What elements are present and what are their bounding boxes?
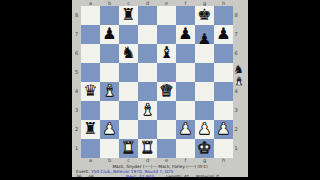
square-d6[interactable]: [138, 44, 157, 63]
black-pawn-h7: ♟: [214, 25, 233, 44]
captured-white-bishop-icon: ♝: [234, 76, 244, 88]
black-rook-c8: ♜: [119, 6, 138, 25]
square-h8[interactable]: [214, 6, 233, 25]
caption-area: Mack, Snyder (----) -- Mack, Farley (---…: [72, 163, 248, 179]
board-panel: abcdefgh 87654321 ♜♚♟♟♟♟♞♝♛♝♛♝♜♟♟♟♟♜♜♚ 8…: [72, 0, 248, 177]
material-balance: Material: 0: [196, 174, 219, 179]
square-f2[interactable]: ♟: [176, 120, 195, 139]
rank-label-1: 1: [72, 139, 81, 158]
square-b5[interactable]: [100, 63, 119, 82]
rank-label-2: 2: [233, 120, 239, 139]
file-label-f: f: [176, 158, 195, 163]
rank-labels-left: 87654321: [72, 6, 81, 158]
square-e2[interactable]: [157, 120, 176, 139]
square-f4[interactable]: [176, 82, 195, 101]
file-label-b: b: [100, 158, 119, 163]
square-c5[interactable]: [119, 63, 138, 82]
square-d4[interactable]: [138, 82, 157, 101]
square-h7[interactable]: ♟: [214, 25, 233, 44]
rank-label-7: 7: [233, 25, 239, 44]
rank-label-4: 4: [72, 82, 81, 101]
file-label-h: h: [214, 158, 233, 163]
black-queen-a4: ♛: [81, 82, 100, 101]
move-played: 36 ... g6: [76, 174, 126, 179]
square-e5[interactable]: [157, 63, 176, 82]
white-pawn-h2: ♟: [214, 120, 233, 139]
black-king-g8: ♚: [195, 6, 214, 25]
move-info-line: 36 ... g6 Next: 37.Bd3 Length: 40 Materi…: [76, 174, 244, 179]
square-d8[interactable]: [138, 6, 157, 25]
black-bishop-e6: ♝: [157, 44, 176, 63]
square-a7[interactable]: [81, 25, 100, 44]
square-d5[interactable]: [138, 63, 157, 82]
square-d1[interactable]: ♜: [138, 139, 157, 158]
square-f7[interactable]: ♟: [176, 25, 195, 44]
white-bishop-d3: ♝: [138, 101, 157, 120]
square-b8[interactable]: [100, 6, 119, 25]
square-b2[interactable]: ♟: [100, 120, 119, 139]
square-b1[interactable]: [100, 139, 119, 158]
game-length: Length: 40: [166, 174, 196, 179]
file-label-c: c: [119, 158, 138, 163]
rank-label-2: 2: [72, 120, 81, 139]
square-b3[interactable]: [100, 101, 119, 120]
square-g8[interactable]: ♚: [195, 6, 214, 25]
rank-label-3: 3: [72, 101, 81, 120]
white-rook-d1: ♜: [138, 139, 157, 158]
square-c4[interactable]: [119, 82, 138, 101]
square-g2[interactable]: ♟: [195, 120, 214, 139]
chess-board: ♜♚♟♟♟♟♞♝♛♝♛♝♜♟♟♟♟♜♜♚: [81, 6, 233, 158]
rank-label-7: 7: [72, 25, 81, 44]
rank-label-3: 3: [233, 101, 239, 120]
black-pawn-f7: ♟: [176, 25, 195, 44]
square-f8[interactable]: [176, 6, 195, 25]
square-e1[interactable]: [157, 139, 176, 158]
file-label-a: a: [81, 158, 100, 163]
square-a6[interactable]: [81, 44, 100, 63]
square-h3[interactable]: [214, 101, 233, 120]
rank-label-8: 8: [72, 6, 81, 25]
rank-label-5: 5: [72, 63, 81, 82]
square-g3[interactable]: [195, 101, 214, 120]
square-g1[interactable]: ♚: [195, 139, 214, 158]
square-b6[interactable]: [100, 44, 119, 63]
square-h2[interactable]: ♟: [214, 120, 233, 139]
next-move[interactable]: Next: 37.Bd3: [126, 174, 166, 179]
square-e7[interactable]: [157, 25, 176, 44]
square-f6[interactable]: [176, 44, 195, 63]
square-b7[interactable]: ♟: [100, 25, 119, 44]
square-g6[interactable]: [195, 44, 214, 63]
white-pawn-f2: ♟: [176, 120, 195, 139]
white-pawn-b2: ♟: [100, 120, 119, 139]
black-knight-c6: ♞: [119, 44, 138, 63]
square-e4[interactable]: ♛: [157, 82, 176, 101]
white-rook-c1: ♜: [119, 139, 138, 158]
square-f1[interactable]: [176, 139, 195, 158]
square-c7[interactable]: [119, 25, 138, 44]
square-e8[interactable]: [157, 6, 176, 25]
square-e6[interactable]: ♝: [157, 44, 176, 63]
white-bishop-b4: ♝: [100, 82, 119, 101]
square-d3[interactable]: ♝: [138, 101, 157, 120]
white-queen-e4: ♛: [157, 82, 176, 101]
black-pawn-b7: ♟: [100, 25, 119, 44]
square-b4[interactable]: ♝: [100, 82, 119, 101]
square-a2[interactable]: ♜: [81, 120, 100, 139]
square-g7[interactable]: ♟: [195, 25, 214, 44]
file-label-g: g: [195, 158, 214, 163]
square-f5[interactable]: [176, 63, 195, 82]
square-d7[interactable]: [138, 25, 157, 44]
chess-video-frame: abcdefgh 87654321 ♜♚♟♟♟♟♞♝♛♝♛♝♜♟♟♟♟♜♜♚ 8…: [0, 0, 320, 180]
square-h6[interactable]: [214, 44, 233, 63]
square-a3[interactable]: [81, 101, 100, 120]
rank-label-1: 1: [233, 139, 239, 158]
square-f3[interactable]: [176, 101, 195, 120]
square-a4[interactable]: ♛: [81, 82, 100, 101]
material-tray: ♞ ♝: [231, 64, 247, 88]
square-c2[interactable]: [119, 120, 138, 139]
square-c8[interactable]: ♜: [119, 6, 138, 25]
rank-label-8: 8: [233, 6, 239, 25]
square-e3[interactable]: [157, 101, 176, 120]
square-c3[interactable]: [119, 101, 138, 120]
black-rook-a2: ♜: [81, 120, 100, 139]
file-labels-bottom: abcdefgh: [81, 158, 233, 163]
square-a8[interactable]: [81, 6, 100, 25]
file-label-e: e: [157, 158, 176, 163]
square-d2[interactable]: [138, 120, 157, 139]
square-a1[interactable]: [81, 139, 100, 158]
square-g5[interactable]: [195, 63, 214, 82]
square-c6[interactable]: ♞: [119, 44, 138, 63]
white-pawn-g2: ♟: [195, 120, 214, 139]
rank-label-6: 6: [233, 44, 239, 63]
file-label-d: d: [138, 158, 157, 163]
square-h1[interactable]: [214, 139, 233, 158]
rank-label-6: 6: [72, 44, 81, 63]
square-g4[interactable]: [195, 82, 214, 101]
square-c1[interactable]: ♜: [119, 139, 138, 158]
square-a5[interactable]: [81, 63, 100, 82]
white-king-g1: ♚: [195, 139, 214, 158]
